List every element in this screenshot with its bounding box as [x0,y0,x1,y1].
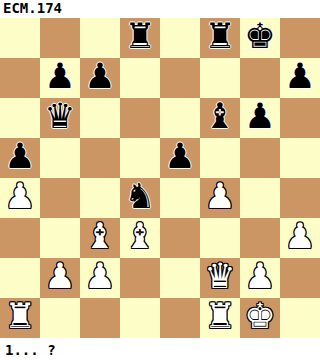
square-b6[interactable]: ♛ [40,98,80,138]
square-e7[interactable] [160,58,200,98]
white-pawn-b2: ♟ [44,258,75,296]
square-e6[interactable] [160,98,200,138]
square-c4[interactable] [80,178,120,218]
square-d7[interactable] [120,58,160,98]
black-pawn-h7: ♟ [284,58,315,96]
chess-diagram-page: ECM.174 ♜♜♚♟♟♟♛♝♟♟♟♟♞♟♝♝♟♟♟♛♟♜♜♚ 1... ? [0,0,320,360]
square-e4[interactable] [160,178,200,218]
square-h7[interactable]: ♟ [280,58,320,98]
square-d1[interactable] [120,298,160,338]
square-d6[interactable] [120,98,160,138]
square-c6[interactable] [80,98,120,138]
black-rook-f8: ♜ [204,18,235,56]
square-h3[interactable]: ♟ [280,218,320,258]
square-e2[interactable] [160,258,200,298]
square-c8[interactable] [80,18,120,58]
square-b5[interactable] [40,138,80,178]
square-g1[interactable]: ♚ [240,298,280,338]
black-pawn-g6: ♟ [244,98,275,136]
square-a8[interactable] [0,18,40,58]
square-a2[interactable] [0,258,40,298]
square-e8[interactable] [160,18,200,58]
square-h2[interactable] [280,258,320,298]
white-bishop-d3: ♝ [124,218,155,256]
black-pawn-b7: ♟ [44,58,75,96]
square-h8[interactable] [280,18,320,58]
square-g5[interactable] [240,138,280,178]
square-g8[interactable]: ♚ [240,18,280,58]
white-bishop-c3: ♝ [84,218,115,256]
white-queen-f2: ♛ [204,258,235,296]
square-f2[interactable]: ♛ [200,258,240,298]
square-c7[interactable]: ♟ [80,58,120,98]
square-h6[interactable] [280,98,320,138]
square-a7[interactable] [0,58,40,98]
square-h5[interactable] [280,138,320,178]
square-a4[interactable]: ♟ [0,178,40,218]
square-b2[interactable]: ♟ [40,258,80,298]
square-e3[interactable] [160,218,200,258]
square-d5[interactable] [120,138,160,178]
black-bishop-f6: ♝ [204,98,235,136]
square-f1[interactable]: ♜ [200,298,240,338]
black-pawn-e5: ♟ [164,138,195,176]
square-d3[interactable]: ♝ [120,218,160,258]
square-a1[interactable]: ♜ [0,298,40,338]
square-a5[interactable]: ♟ [0,138,40,178]
square-c2[interactable]: ♟ [80,258,120,298]
square-e5[interactable]: ♟ [160,138,200,178]
black-pawn-c7: ♟ [84,58,115,96]
square-c1[interactable] [80,298,120,338]
black-knight-d4: ♞ [124,178,155,216]
white-pawn-a4: ♟ [4,178,35,216]
square-g7[interactable] [240,58,280,98]
square-d4[interactable]: ♞ [120,178,160,218]
square-g6[interactable]: ♟ [240,98,280,138]
white-rook-f1: ♜ [204,298,235,336]
square-f6[interactable]: ♝ [200,98,240,138]
black-pawn-a5: ♟ [4,138,35,176]
square-d8[interactable]: ♜ [120,18,160,58]
square-c5[interactable] [80,138,120,178]
white-pawn-h3: ♟ [284,218,315,256]
square-f3[interactable] [200,218,240,258]
black-rook-d8: ♜ [124,18,155,56]
black-queen-b6: ♛ [44,98,75,136]
square-b4[interactable] [40,178,80,218]
square-g2[interactable]: ♟ [240,258,280,298]
square-b8[interactable] [40,18,80,58]
square-f8[interactable]: ♜ [200,18,240,58]
square-g4[interactable] [240,178,280,218]
chess-board: ♜♜♚♟♟♟♛♝♟♟♟♟♞♟♝♝♟♟♟♛♟♜♜♚ [0,18,320,338]
square-a3[interactable] [0,218,40,258]
white-pawn-c2: ♟ [84,258,115,296]
square-f4[interactable]: ♟ [200,178,240,218]
square-a6[interactable] [0,98,40,138]
white-pawn-g2: ♟ [244,258,275,296]
black-king-g8: ♚ [244,18,275,56]
square-f7[interactable] [200,58,240,98]
square-b1[interactable] [40,298,80,338]
square-b3[interactable] [40,218,80,258]
square-b7[interactable]: ♟ [40,58,80,98]
white-king-g1: ♚ [244,298,275,336]
move-prompt: 1... ? [0,338,320,360]
square-e1[interactable] [160,298,200,338]
square-g3[interactable] [240,218,280,258]
square-h4[interactable] [280,178,320,218]
white-pawn-f4: ♟ [204,178,235,216]
diagram-title: ECM.174 [0,0,320,18]
square-f5[interactable] [200,138,240,178]
square-h1[interactable] [280,298,320,338]
square-d2[interactable] [120,258,160,298]
square-c3[interactable]: ♝ [80,218,120,258]
white-rook-a1: ♜ [4,298,35,336]
